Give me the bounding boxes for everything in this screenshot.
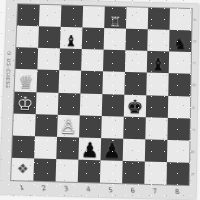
square-c3[interactable] — [59, 49, 82, 71]
square-f5[interactable] — [101, 116, 124, 139]
square-d6[interactable] — [124, 72, 146, 95]
square-c5[interactable] — [103, 50, 125, 72]
square-g2[interactable] — [34, 136, 57, 159]
square-e2[interactable] — [36, 92, 59, 115]
rank-label-5: 5 — [99, 184, 123, 199]
square-b7[interactable] — [147, 29, 169, 51]
board-wrap: © US-CHESS ♖♝♞♝♕♔♚♙♟♟❖ 12345678 abcdefgh — [0, 0, 199, 200]
piece-white-king-e1[interactable]: ♔ — [17, 95, 34, 114]
square-b3[interactable]: ♝ — [60, 27, 82, 49]
square-a4[interactable] — [82, 6, 104, 28]
bottom-rank-labels: 12345678 — [11, 183, 189, 198]
square-h5[interactable] — [100, 160, 123, 183]
square-h7[interactable] — [144, 161, 167, 184]
square-e6[interactable]: ♚ — [124, 94, 147, 117]
square-f6[interactable] — [123, 116, 146, 139]
square-e4[interactable] — [80, 93, 103, 116]
square-a7[interactable] — [148, 8, 170, 30]
rank-label-2: 2 — [32, 182, 56, 197]
square-a3[interactable] — [61, 5, 83, 27]
square-h6[interactable] — [122, 161, 145, 184]
square-h4[interactable] — [78, 160, 101, 183]
rank-label-8: 8 — [166, 186, 190, 200]
square-h1[interactable]: ❖ — [11, 158, 34, 181]
square-a2[interactable] — [39, 5, 61, 27]
square-f7[interactable] — [145, 117, 168, 140]
photo-frame: © US-CHESS ♖♝♞♝♕♔♚♙♟♟❖ 12345678 abcdefgh — [0, 0, 200, 200]
square-b2[interactable] — [38, 26, 61, 48]
square-b6[interactable] — [125, 29, 147, 51]
file-label-d: d — [183, 81, 200, 89]
chess-board-grid: ♖♝♞♝♕♔♚♙♟♟❖ — [11, 4, 192, 185]
square-d4[interactable] — [80, 71, 103, 94]
us-chess-copyright: © US-CHESS — [5, 50, 13, 89]
square-d3[interactable] — [58, 70, 81, 93]
square-e5[interactable] — [102, 94, 125, 117]
square-g5[interactable]: ♟ — [101, 138, 124, 161]
square-a5[interactable]: ♖ — [104, 7, 126, 29]
square-d1[interactable]: ♕ — [15, 69, 38, 92]
file-label-h: h — [181, 170, 200, 178]
square-d2[interactable] — [37, 70, 60, 93]
file-label-c: c — [183, 60, 200, 68]
file-label-e: e — [182, 103, 200, 111]
square-d5[interactable] — [102, 72, 125, 95]
file-label-a: a — [184, 16, 200, 23]
piece-black-bishop-c7[interactable]: ♝ — [151, 57, 166, 73]
square-e3[interactable] — [58, 92, 81, 115]
square-f3[interactable]: ♙ — [57, 114, 80, 137]
piece-white-pawn-f3[interactable]: ♙ — [59, 117, 77, 137]
rank-label-3: 3 — [54, 182, 78, 197]
square-b1[interactable] — [16, 26, 39, 48]
piece-white-rook-a5[interactable]: ♖ — [109, 15, 122, 29]
square-d7[interactable] — [146, 73, 168, 96]
square-c2[interactable] — [37, 48, 60, 70]
square-e7[interactable] — [146, 95, 168, 118]
square-g3[interactable] — [56, 137, 79, 160]
square-g7[interactable] — [145, 139, 168, 162]
square-c6[interactable] — [125, 50, 147, 72]
file-label-b: b — [184, 38, 200, 45]
square-e1[interactable]: ♔ — [14, 91, 37, 114]
square-h3[interactable] — [56, 159, 79, 182]
square-f1[interactable] — [13, 113, 36, 136]
file-label-g: g — [182, 148, 200, 156]
piece-black-pawn-g4[interactable]: ♟ — [80, 139, 99, 160]
file-label-f: f — [182, 125, 200, 133]
square-b5[interactable] — [104, 28, 126, 50]
piece-black-bishop-b3[interactable]: ♝ — [64, 34, 78, 49]
rank-label-7: 7 — [143, 185, 167, 200]
square-b4[interactable] — [82, 28, 104, 50]
us-chess-arrows-logo: ❖ — [11, 158, 34, 181]
square-c1[interactable] — [15, 47, 38, 69]
square-f2[interactable] — [35, 114, 58, 137]
square-c4[interactable] — [81, 49, 103, 71]
square-c7[interactable]: ♝ — [147, 51, 169, 73]
rank-label-4: 4 — [77, 183, 101, 198]
piece-black-king-e6[interactable]: ♚ — [127, 98, 144, 117]
chess-board: © US-CHESS ♖♝♞♝♕♔♚♙♟♟❖ 12345678 abcdefgh — [0, 0, 199, 200]
piece-white-queen-d1[interactable]: ♕ — [18, 74, 34, 91]
square-g6[interactable] — [123, 138, 146, 161]
rank-label-6: 6 — [121, 184, 145, 199]
square-g4[interactable]: ♟ — [78, 137, 101, 160]
rank-label-1: 1 — [10, 181, 34, 196]
square-a1[interactable] — [17, 4, 40, 26]
piece-black-pawn-g5[interactable]: ♟ — [102, 140, 121, 161]
square-h2[interactable] — [33, 158, 56, 181]
square-g1[interactable] — [12, 135, 35, 158]
right-file-labels: abcdefgh — [189, 9, 199, 185]
square-a6[interactable] — [126, 7, 148, 29]
square-f4[interactable] — [79, 115, 102, 138]
